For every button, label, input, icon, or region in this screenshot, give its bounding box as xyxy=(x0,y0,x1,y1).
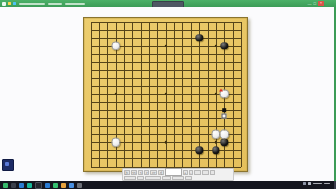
back-button[interactable]: < xyxy=(138,170,143,175)
nav-tool-button-2[interactable] xyxy=(202,170,209,175)
tray-volume-icon[interactable] xyxy=(308,182,311,185)
window-title-text xyxy=(19,3,45,5)
action-button-5[interactable] xyxy=(172,176,184,181)
taskbar-app-icon-5[interactable] xyxy=(45,183,50,188)
white-square-marker xyxy=(222,114,227,119)
windows-taskbar xyxy=(0,181,336,189)
stone-white-D16[interactable] xyxy=(111,41,120,50)
grid-line-v xyxy=(174,22,175,167)
floating-panel-icon[interactable] xyxy=(2,159,14,171)
spinner-up-button[interactable]: + xyxy=(183,170,188,175)
language-indicator xyxy=(324,183,330,185)
stone-black-R4[interactable] xyxy=(221,139,228,146)
black-square-marker xyxy=(222,108,226,112)
grid-line-v xyxy=(241,22,242,167)
stone-black-R16[interactable] xyxy=(221,42,228,49)
action-button-4[interactable] xyxy=(162,176,171,181)
grid-line-v xyxy=(199,22,200,167)
window-title-extra xyxy=(65,3,85,5)
grid-line-h xyxy=(91,110,242,111)
stone-white-R5[interactable] xyxy=(220,130,229,139)
app-logo-icon xyxy=(2,2,6,6)
nav-tool-button-1[interactable] xyxy=(194,170,201,175)
taskbar-app-icon-9[interactable] xyxy=(77,183,82,188)
first-move-button[interactable]: |< xyxy=(124,170,130,175)
fast-forward-button[interactable]: >> xyxy=(150,170,157,175)
clock-text xyxy=(313,183,322,185)
grid-line-h xyxy=(91,102,242,103)
action-button-3[interactable] xyxy=(145,176,161,181)
grid-line-h xyxy=(91,118,242,119)
stone-white-D4[interactable] xyxy=(111,138,120,147)
tray-network-icon[interactable] xyxy=(303,182,306,185)
go-board[interactable] xyxy=(83,17,248,172)
taskbar-app-icon-7[interactable] xyxy=(61,183,66,188)
taskbar-app-icon-2[interactable] xyxy=(19,183,24,188)
window-controls: — □ × xyxy=(308,1,324,6)
app-content-area xyxy=(0,7,336,181)
fast-back-button[interactable]: << xyxy=(131,170,138,175)
start-button-icon[interactable] xyxy=(3,183,8,188)
window-subtitle-text xyxy=(48,3,62,5)
forward-button[interactable]: > xyxy=(144,170,149,175)
taskbar-app-icon-4[interactable] xyxy=(35,182,42,189)
taskbar-app-icon-8[interactable] xyxy=(69,183,74,188)
close-button[interactable]: × xyxy=(318,1,324,6)
action-button-2[interactable] xyxy=(137,176,144,181)
taskbar-app-icon-1[interactable] xyxy=(11,183,16,188)
titlebar-icon-2 xyxy=(13,2,16,5)
spinner-down-button[interactable]: - xyxy=(189,170,194,175)
taskbar-app-icon-6[interactable] xyxy=(53,183,58,188)
stone-black-O3[interactable] xyxy=(195,147,202,154)
last-move-button[interactable]: >| xyxy=(158,170,164,175)
grid-line-h xyxy=(91,126,242,127)
action-button-1[interactable] xyxy=(124,176,136,181)
grid-line-v xyxy=(208,22,209,167)
grid-line-v xyxy=(191,22,192,167)
grid-line-v xyxy=(233,22,234,167)
taskbar-app-icon-3[interactable] xyxy=(27,183,32,188)
window-title-bar: — □ × xyxy=(0,0,336,7)
last-move-triangle-marker xyxy=(219,89,223,92)
action-button-6[interactable] xyxy=(185,176,192,181)
stone-black-Q3[interactable] xyxy=(212,147,219,154)
grid-line-h xyxy=(91,158,242,159)
move-navigation-toolbar: |< << < > >> >| + - xyxy=(122,168,234,181)
titlebar-icon-1 xyxy=(8,2,11,5)
minimize-button[interactable]: — xyxy=(308,1,312,6)
grid-line-v xyxy=(182,22,183,167)
stone-black-O17[interactable] xyxy=(195,34,202,41)
nav-tool-button-3[interactable] xyxy=(210,170,215,175)
go-board-grid xyxy=(91,22,242,167)
maximize-button[interactable]: □ xyxy=(314,1,316,6)
nav-row-2 xyxy=(124,175,232,181)
system-tray[interactable] xyxy=(303,182,330,185)
